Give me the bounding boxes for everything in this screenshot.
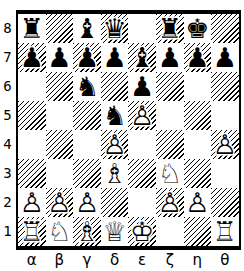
square-e1[interactable]: ♚♔	[128, 217, 156, 246]
piece-face: ♕	[101, 217, 129, 246]
rank-label-5: 5	[0, 101, 15, 130]
square-a4[interactable]	[18, 130, 46, 159]
piece-face: ♚	[184, 14, 212, 43]
square-d5[interactable]: ♞♞	[101, 101, 129, 130]
square-g1[interactable]	[184, 217, 212, 246]
black-knight[interactable]: ♞♞	[73, 72, 101, 101]
square-e5[interactable]: ♟♙	[128, 101, 156, 130]
square-d1[interactable]: ♛♕	[101, 217, 129, 246]
piece-face: ♞	[73, 72, 101, 101]
black-rook[interactable]: ♜♜	[18, 14, 46, 43]
square-f7[interactable]: ♟♟	[156, 43, 184, 72]
square-b1[interactable]: ♞♘	[46, 217, 74, 246]
black-knight[interactable]: ♞♞	[101, 101, 129, 130]
file-label-d: δ	[101, 250, 129, 270]
file-label-e: ε	[128, 250, 156, 270]
white-pawn[interactable]: ♟♙	[211, 130, 239, 159]
square-a3[interactable]	[18, 159, 46, 188]
white-pawn[interactable]: ♟♙	[156, 188, 184, 217]
file-label-f: ζ	[156, 250, 184, 270]
piece-face: ♟	[18, 43, 46, 72]
square-a5[interactable]	[18, 101, 46, 130]
square-h2[interactable]	[211, 188, 239, 217]
piece-face: ♟	[156, 43, 184, 72]
piece-face: ♙	[73, 188, 101, 217]
square-c4[interactable]	[73, 130, 101, 159]
piece-face: ♘	[156, 159, 184, 188]
square-h1[interactable]: ♜♖	[211, 217, 239, 246]
file-labels: αβγδεζηθ	[18, 250, 239, 270]
file-label-a: α	[18, 250, 46, 270]
square-h6[interactable]	[211, 72, 239, 101]
white-rook[interactable]: ♜♖	[18, 217, 46, 246]
black-pawn[interactable]: ♟♟	[128, 72, 156, 101]
square-h7[interactable]: ♟♟	[211, 43, 239, 72]
square-h4[interactable]: ♟♙	[211, 130, 239, 159]
square-g3[interactable]	[184, 159, 212, 188]
rank-label-1: 1	[0, 217, 15, 246]
square-a2[interactable]: ♟♙	[18, 188, 46, 217]
white-bishop[interactable]: ♝♗	[73, 217, 101, 246]
piece-face: ♝	[128, 43, 156, 72]
black-rook[interactable]: ♜♜	[156, 14, 184, 43]
piece-face: ♙	[128, 101, 156, 130]
square-f2[interactable]: ♟♙	[156, 188, 184, 217]
piece-face: ♟	[184, 43, 212, 72]
rank-label-2: 2	[0, 188, 15, 217]
piece-face: ♗	[73, 217, 101, 246]
white-pawn[interactable]: ♟♙	[18, 188, 46, 217]
square-h3[interactable]	[211, 159, 239, 188]
rank-label-8: 8	[0, 14, 15, 43]
square-c8[interactable]: ♝♝	[73, 14, 101, 43]
rank-label-4: 4	[0, 130, 15, 159]
square-b7[interactable]: ♟♟	[46, 43, 74, 72]
square-c2[interactable]: ♟♙	[73, 188, 101, 217]
square-b3[interactable]	[46, 159, 74, 188]
piece-face: ♙	[184, 188, 212, 217]
square-c1[interactable]: ♝♗	[73, 217, 101, 246]
square-b6[interactable]	[46, 72, 74, 101]
square-d4[interactable]: ♟♙	[101, 130, 129, 159]
piece-face: ♟	[128, 72, 156, 101]
square-f5[interactable]	[156, 101, 184, 130]
black-pawn[interactable]: ♟♟	[184, 43, 212, 72]
square-d2[interactable]	[101, 188, 129, 217]
square-b4[interactable]	[46, 130, 74, 159]
rank-label-3: 3	[0, 159, 15, 188]
file-label-c: γ	[73, 250, 101, 270]
piece-face: ♟	[101, 43, 129, 72]
white-queen[interactable]: ♛♕	[101, 217, 129, 246]
square-e7[interactable]: ♝♝	[128, 43, 156, 72]
square-c6[interactable]: ♞♞	[73, 72, 101, 101]
square-e2[interactable]	[128, 188, 156, 217]
square-g4[interactable]	[184, 130, 212, 159]
square-d3[interactable]: ♝♗	[101, 159, 129, 188]
black-pawn[interactable]: ♟♟	[18, 43, 46, 72]
rank-label-6: 6	[0, 72, 15, 101]
square-e8[interactable]	[128, 14, 156, 43]
white-pawn[interactable]: ♟♙	[184, 188, 212, 217]
piece-face: ♖	[211, 217, 239, 246]
black-king[interactable]: ♚♚	[184, 14, 212, 43]
black-pawn[interactable]: ♟♟	[73, 43, 101, 72]
board: ♜♜♝♝♛♛♜♜♚♚♟♟♟♟♟♟♟♟♝♝♟♟♟♟♟♟♞♞♟♟♞♞♟♙♟♙♟♙♝♗…	[18, 14, 239, 246]
file-label-b: β	[46, 250, 74, 270]
white-pawn[interactable]: ♟♙	[46, 188, 74, 217]
square-d6[interactable]	[101, 72, 129, 101]
chess-diagram: 87654321 ♜♜♝♝♛♛♜♜♚♚♟♟♟♟♟♟♟♟♝♝♟♟♟♟♟♟♞♞♟♟♞…	[0, 0, 244, 271]
piece-face: ♝	[73, 14, 101, 43]
square-a8[interactable]: ♜♜	[18, 14, 46, 43]
piece-face: ♜	[156, 14, 184, 43]
square-g8[interactable]: ♚♚	[184, 14, 212, 43]
square-c5[interactable]	[73, 101, 101, 130]
rank-labels: 87654321	[0, 14, 15, 246]
square-e4[interactable]	[128, 130, 156, 159]
white-bishop[interactable]: ♝♗	[101, 159, 129, 188]
square-b5[interactable]	[46, 101, 74, 130]
square-e6[interactable]: ♟♟	[128, 72, 156, 101]
piece-face: ♟	[211, 43, 239, 72]
square-g6[interactable]	[184, 72, 212, 101]
black-pawn[interactable]: ♟♟	[211, 43, 239, 72]
piece-face: ♟	[46, 43, 74, 72]
square-f4[interactable]	[156, 130, 184, 159]
white-pawn[interactable]: ♟♙	[101, 130, 129, 159]
file-label-h: θ	[211, 250, 239, 270]
piece-face: ♗	[101, 159, 129, 188]
black-pawn[interactable]: ♟♟	[46, 43, 74, 72]
square-a7[interactable]: ♟♟	[18, 43, 46, 72]
square-g2[interactable]: ♟♙	[184, 188, 212, 217]
square-c3[interactable]	[73, 159, 101, 188]
piece-face: ♙	[211, 130, 239, 159]
square-d7[interactable]: ♟♟	[101, 43, 129, 72]
piece-face: ♛	[101, 14, 129, 43]
white-pawn[interactable]: ♟♙	[73, 188, 101, 217]
piece-face: ♙	[18, 188, 46, 217]
piece-face: ♖	[18, 217, 46, 246]
piece-face: ♙	[156, 188, 184, 217]
square-c7[interactable]: ♟♟	[73, 43, 101, 72]
square-h5[interactable]	[211, 101, 239, 130]
piece-face: ♘	[46, 217, 74, 246]
piece-face: ♔	[128, 217, 156, 246]
square-g5[interactable]	[184, 101, 212, 130]
square-b8[interactable]	[46, 14, 74, 43]
square-g7[interactable]: ♟♟	[184, 43, 212, 72]
board-frame: ♜♜♝♝♛♛♜♜♚♚♟♟♟♟♟♟♟♟♝♝♟♟♟♟♟♟♞♞♟♟♞♞♟♙♟♙♟♙♝♗…	[16, 14, 241, 246]
file-label-g: η	[184, 250, 212, 270]
black-pawn[interactable]: ♟♟	[101, 43, 129, 72]
rank-label-7: 7	[0, 43, 15, 72]
white-knight[interactable]: ♞♘	[156, 159, 184, 188]
square-h8[interactable]	[211, 14, 239, 43]
square-f8[interactable]: ♜♜	[156, 14, 184, 43]
square-d8[interactable]: ♛♛	[101, 14, 129, 43]
piece-face: ♙	[101, 130, 129, 159]
square-e3[interactable]	[128, 159, 156, 188]
white-rook[interactable]: ♜♖	[211, 217, 239, 246]
black-bishop[interactable]: ♝♝	[128, 43, 156, 72]
square-f3[interactable]: ♞♘	[156, 159, 184, 188]
white-knight[interactable]: ♞♘	[46, 217, 74, 246]
square-a1[interactable]: ♜♖	[18, 217, 46, 246]
square-f1[interactable]	[156, 217, 184, 246]
piece-face: ♜	[18, 14, 46, 43]
square-f6[interactable]	[156, 72, 184, 101]
black-bishop[interactable]: ♝♝	[73, 14, 101, 43]
white-pawn[interactable]: ♟♙	[128, 101, 156, 130]
square-b2[interactable]: ♟♙	[46, 188, 74, 217]
piece-face: ♟	[73, 43, 101, 72]
black-queen[interactable]: ♛♛	[101, 14, 129, 43]
white-king[interactable]: ♚♔	[128, 217, 156, 246]
black-pawn[interactable]: ♟♟	[156, 43, 184, 72]
square-a6[interactable]	[18, 72, 46, 101]
piece-face: ♙	[46, 188, 74, 217]
piece-face: ♞	[101, 101, 129, 130]
